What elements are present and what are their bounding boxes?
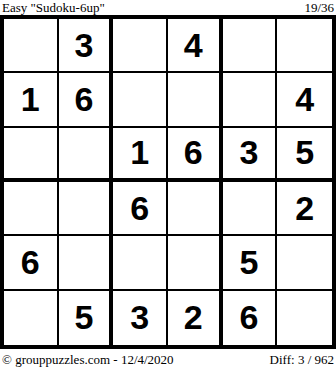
- cell-r3c3[interactable]: 1: [113, 128, 168, 182]
- footer: © grouppuzzles.com - 12/4/2020 Diff: 3 /…: [0, 349, 336, 370]
- cell-r5c4[interactable]: [168, 236, 223, 290]
- cell-r3c4[interactable]: 6: [168, 128, 223, 182]
- cell-r4c1[interactable]: [4, 182, 59, 236]
- cell-r4c5[interactable]: [223, 182, 278, 236]
- cell-r6c1[interactable]: [4, 291, 59, 345]
- puzzle-page: Easy "Sudoku-6up" 19/36 3416416356265532…: [0, 0, 336, 370]
- cell-r3c5[interactable]: 3: [223, 128, 278, 182]
- cell-r1c1[interactable]: [4, 19, 59, 73]
- cell-r4c3[interactable]: 6: [113, 182, 168, 236]
- cell-r1c5[interactable]: [223, 19, 278, 73]
- cell-r5c3[interactable]: [113, 236, 168, 290]
- cell-r2c6[interactable]: 4: [277, 73, 332, 127]
- cell-r1c2[interactable]: 3: [59, 19, 114, 73]
- cell-r5c2[interactable]: [59, 236, 114, 290]
- sudoku-board: 34164163562655326: [0, 15, 336, 349]
- cell-r3c1[interactable]: [4, 128, 59, 182]
- puzzle-counter: 19/36: [304, 1, 334, 15]
- cell-r2c5[interactable]: [223, 73, 278, 127]
- cell-r5c6[interactable]: [277, 236, 332, 290]
- cell-r6c4[interactable]: 2: [168, 291, 223, 345]
- difficulty-text: Diff: 3 / 962: [270, 353, 334, 367]
- cell-r2c4[interactable]: [168, 73, 223, 127]
- cell-r1c6[interactable]: [277, 19, 332, 73]
- cell-r6c6[interactable]: [277, 291, 332, 345]
- cell-r3c6[interactable]: 5: [277, 128, 332, 182]
- cell-r6c5[interactable]: 6: [223, 291, 278, 345]
- cell-r2c1[interactable]: 1: [4, 73, 59, 127]
- header: Easy "Sudoku-6up" 19/36: [0, 0, 336, 15]
- cell-r4c2[interactable]: [59, 182, 114, 236]
- cell-r5c1[interactable]: 6: [4, 236, 59, 290]
- cell-r1c3[interactable]: [113, 19, 168, 73]
- cell-r3c2[interactable]: [59, 128, 114, 182]
- cell-r6c3[interactable]: 3: [113, 291, 168, 345]
- cell-r1c4[interactable]: 4: [168, 19, 223, 73]
- cell-r4c4[interactable]: [168, 182, 223, 236]
- cell-r6c2[interactable]: 5: [59, 291, 114, 345]
- cell-r2c3[interactable]: [113, 73, 168, 127]
- cell-r2c2[interactable]: 6: [59, 73, 114, 127]
- cell-r4c6[interactable]: 2: [277, 182, 332, 236]
- page-title: Easy "Sudoku-6up": [2, 1, 105, 15]
- cell-r5c5[interactable]: 5: [223, 236, 278, 290]
- copyright-text: © grouppuzzles.com - 12/4/2020: [2, 353, 174, 367]
